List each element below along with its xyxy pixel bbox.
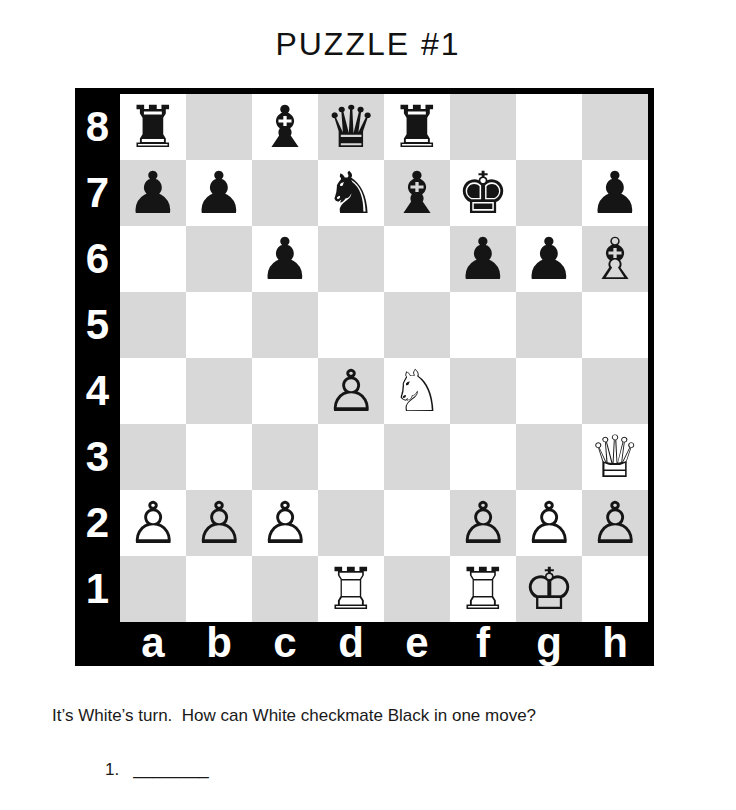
rank-label-3: 3 [75,424,120,490]
file-label-e: e [384,622,450,666]
black-knight-d7: ♞ [325,160,377,226]
square-h6: ♗ [582,226,648,292]
square-d3 [318,424,384,490]
white-pawn-g2: ♙ [523,490,575,556]
square-h5 [582,292,648,358]
square-g5 [516,292,582,358]
square-c2: ♙ [252,490,318,556]
square-d8: ♛ [318,94,384,160]
square-e6 [384,226,450,292]
square-e4: ♘ [384,358,450,424]
rank-label-8: 8 [75,94,120,160]
file-label-d: d [318,622,384,666]
black-queen-d8: ♛ [325,94,377,160]
black-pawn-h7: ♟ [589,160,641,226]
square-b5 [186,292,252,358]
square-g1: ♔ [516,556,582,622]
file-label-h: h [582,622,648,666]
black-pawn-b7: ♟ [193,160,245,226]
square-d6 [318,226,384,292]
square-a6 [120,226,186,292]
square-d2 [318,490,384,556]
board-row-3: 3♕ [75,424,648,490]
square-h2: ♙ [582,490,648,556]
rank-label-6: 6 [75,226,120,292]
square-c5 [252,292,318,358]
square-h1 [582,556,648,622]
white-pawn-h2: ♙ [589,490,641,556]
answer-line: 1.________ [105,760,209,780]
board-row-1: 1♖♖♔ [75,556,648,622]
square-f8 [450,94,516,160]
square-a8: ♜ [120,94,186,160]
square-b7: ♟ [186,160,252,226]
square-c8: ♝ [252,94,318,160]
square-g3 [516,424,582,490]
square-c4 [252,358,318,424]
rank-label-1: 1 [75,556,120,622]
black-rook-a8: ♜ [127,94,179,160]
square-g8 [516,94,582,160]
black-pawn-f6: ♟ [457,226,509,292]
white-king-g1: ♔ [523,556,575,622]
square-f5 [450,292,516,358]
square-e1 [384,556,450,622]
page-title: PUZZLE #1 [0,26,736,63]
white-rook-d1: ♖ [325,556,377,622]
square-f1: ♖ [450,556,516,622]
puzzle-page: PUZZLE #1 8♜♝♛♜7♟♟♞♝♚♟6♟♟♟♗54♙♘3♕2♙♙♙♙♙♙… [0,0,736,810]
square-e2 [384,490,450,556]
black-pawn-c6: ♟ [259,226,311,292]
board-row-5: 5 [75,292,648,358]
black-pawn-g6: ♟ [523,226,575,292]
answer-number: 1. [105,760,119,779]
square-b2: ♙ [186,490,252,556]
board-row-2: 2♙♙♙♙♙♙ [75,490,648,556]
file-labels: abcdefgh [75,622,648,666]
square-b4 [186,358,252,424]
board-row-8: 8♜♝♛♜ [75,94,648,160]
board-row-4: 4♙♘ [75,358,648,424]
rank-label-4: 4 [75,358,120,424]
file-label-c: c [252,622,318,666]
square-g6: ♟ [516,226,582,292]
square-g4 [516,358,582,424]
square-c7 [252,160,318,226]
rank-label-5: 5 [75,292,120,358]
file-label-a: a [120,622,186,666]
square-h7: ♟ [582,160,648,226]
square-f4 [450,358,516,424]
square-c3 [252,424,318,490]
file-label-g: g [516,622,582,666]
board-row-6: 6♟♟♟♗ [75,226,648,292]
rank-label-2: 2 [75,490,120,556]
square-b8 [186,94,252,160]
square-e5 [384,292,450,358]
square-f7: ♚ [450,160,516,226]
square-h3: ♕ [582,424,648,490]
square-e8: ♜ [384,94,450,160]
board-squares: 8♜♝♛♜7♟♟♞♝♚♟6♟♟♟♗54♙♘3♕2♙♙♙♙♙♙1♖♖♔ [75,94,648,622]
square-f6: ♟ [450,226,516,292]
white-queen-h3: ♕ [589,424,641,490]
black-king-f7: ♚ [457,160,509,226]
square-e3 [384,424,450,490]
white-rook-f1: ♖ [457,556,509,622]
square-a3 [120,424,186,490]
square-c1 [252,556,318,622]
square-a2: ♙ [120,490,186,556]
square-g7 [516,160,582,226]
square-a7: ♟ [120,160,186,226]
square-d7: ♞ [318,160,384,226]
square-h8 [582,94,648,160]
square-a4 [120,358,186,424]
file-label-f: f [450,622,516,666]
white-pawn-a2: ♙ [127,490,179,556]
square-f2: ♙ [450,490,516,556]
square-a1 [120,556,186,622]
board-corner [75,622,120,666]
puzzle-question: It’s White’s turn. How can White checkma… [52,706,536,726]
white-pawn-b2: ♙ [193,490,245,556]
answer-blank: ________ [133,760,209,779]
square-b6 [186,226,252,292]
file-label-b: b [186,622,252,666]
square-b1 [186,556,252,622]
square-c6: ♟ [252,226,318,292]
square-d5 [318,292,384,358]
rank-label-7: 7 [75,160,120,226]
white-pawn-f2: ♙ [457,490,509,556]
white-pawn-d4: ♙ [325,358,377,424]
white-pawn-c2: ♙ [259,490,311,556]
board-row-7: 7♟♟♞♝♚♟ [75,160,648,226]
square-f3 [450,424,516,490]
black-bishop-c8: ♝ [259,94,311,160]
square-g2: ♙ [516,490,582,556]
square-h4 [582,358,648,424]
black-bishop-e7: ♝ [391,160,443,226]
black-rook-e8: ♜ [391,94,443,160]
white-knight-e4: ♘ [391,358,443,424]
square-e7: ♝ [384,160,450,226]
square-d1: ♖ [318,556,384,622]
square-a5 [120,292,186,358]
white-bishop-h6: ♗ [589,226,641,292]
chess-board: 8♜♝♛♜7♟♟♞♝♚♟6♟♟♟♗54♙♘3♕2♙♙♙♙♙♙1♖♖♔ abcde… [75,88,654,666]
square-b3 [186,424,252,490]
square-d4: ♙ [318,358,384,424]
black-pawn-a7: ♟ [127,160,179,226]
